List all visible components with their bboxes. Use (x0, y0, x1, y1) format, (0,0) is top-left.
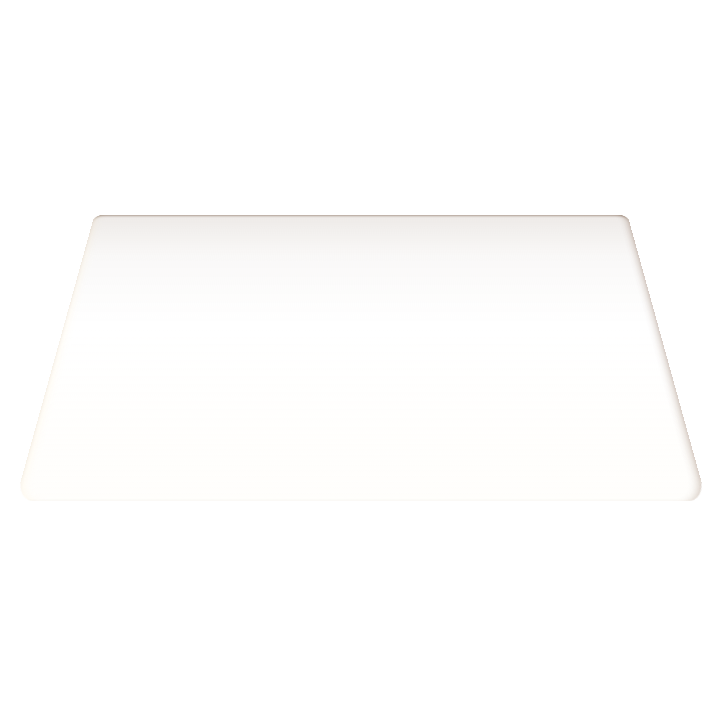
product-photo-chessboard (0, 0, 710, 708)
board-front-edge (4, 500, 704, 558)
board-grid (15, 215, 707, 501)
